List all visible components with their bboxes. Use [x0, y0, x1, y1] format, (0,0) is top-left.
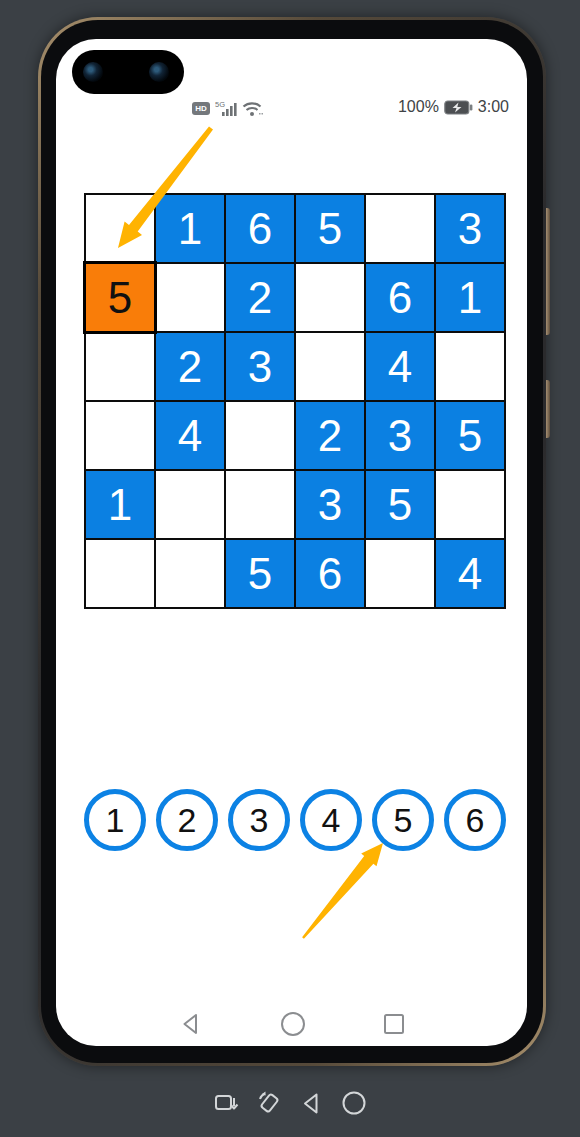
- battery-percent-text: 100%: [398, 98, 439, 116]
- cell-r1c5[interactable]: [366, 195, 434, 262]
- battery-charging-icon: [444, 100, 473, 115]
- wifi-icon: [242, 100, 264, 117]
- cell-r3c4[interactable]: [296, 333, 364, 400]
- cell-r4c5[interactable]: 3: [366, 402, 434, 469]
- cell-r5c5[interactable]: 5: [366, 471, 434, 538]
- rotate-screen-icon[interactable]: [256, 1090, 282, 1116]
- cell-r4c1[interactable]: [86, 402, 154, 469]
- resize-window-icon[interactable]: [213, 1090, 239, 1116]
- cell-r3c5[interactable]: 4: [366, 333, 434, 400]
- cell-r1c6[interactable]: 3: [436, 195, 504, 262]
- cell-r1c3[interactable]: 6: [226, 195, 294, 262]
- cell-r4c6[interactable]: 5: [436, 402, 504, 469]
- toolbar-home-icon[interactable]: [341, 1090, 367, 1116]
- cell-r6c4[interactable]: 6: [296, 540, 364, 607]
- cell-r2c6[interactable]: 1: [436, 264, 504, 331]
- cell-r2c4[interactable]: [296, 264, 364, 331]
- palette-number-3[interactable]: 3: [228, 789, 290, 851]
- phone-bezel: HD 5G 100%: [41, 20, 543, 1063]
- cell-r5c2[interactable]: [156, 471, 224, 538]
- hd-badge-icon: HD: [192, 102, 210, 115]
- status-bar-left: HD 5G: [192, 99, 264, 117]
- cell-r6c5[interactable]: [366, 540, 434, 607]
- palette-number-6[interactable]: 6: [444, 789, 506, 851]
- phone-frame: HD 5G 100%: [38, 17, 546, 1066]
- cell-r4c4[interactable]: 2: [296, 402, 364, 469]
- cell-r3c3[interactable]: 3: [226, 333, 294, 400]
- cell-r3c6[interactable]: [436, 333, 504, 400]
- 5g-signal-icon: 5G: [215, 100, 237, 117]
- cell-r6c3[interactable]: 5: [226, 540, 294, 607]
- cell-r2c2[interactable]: [156, 264, 224, 331]
- camera-cutout: [72, 50, 184, 94]
- sudoku-board: 165352612344235135564: [84, 193, 506, 609]
- recents-icon[interactable]: [383, 1013, 405, 1035]
- palette-number-1[interactable]: 1: [84, 789, 146, 851]
- svg-text:5G: 5G: [215, 100, 225, 109]
- cell-r6c1[interactable]: [86, 540, 154, 607]
- cell-r1c2[interactable]: 1: [156, 195, 224, 262]
- cell-r2c1[interactable]: 5: [86, 264, 154, 331]
- clock-text: 3:00: [478, 98, 509, 116]
- palette-number-4[interactable]: 4: [300, 789, 362, 851]
- cell-r5c1[interactable]: 1: [86, 471, 154, 538]
- cell-r5c6[interactable]: [436, 471, 504, 538]
- cell-r2c3[interactable]: 2: [226, 264, 294, 331]
- cell-r5c4[interactable]: 3: [296, 471, 364, 538]
- cell-r3c1[interactable]: [86, 333, 154, 400]
- cell-r6c2[interactable]: [156, 540, 224, 607]
- back-icon[interactable]: [179, 1012, 203, 1036]
- palette-number-5[interactable]: 5: [372, 789, 434, 851]
- palette-number-2[interactable]: 2: [156, 789, 218, 851]
- cell-r5c3[interactable]: [226, 471, 294, 538]
- number-palette: 123456: [84, 789, 506, 851]
- toolbar-back-icon[interactable]: [299, 1091, 324, 1116]
- cell-r2c5[interactable]: 6: [366, 264, 434, 331]
- camera-lens-left: [83, 62, 103, 82]
- cell-r4c3[interactable]: [226, 402, 294, 469]
- cell-r3c2[interactable]: 2: [156, 333, 224, 400]
- emulator-toolbar: [0, 1090, 580, 1116]
- cell-r6c6[interactable]: 4: [436, 540, 504, 607]
- cell-r4c2[interactable]: 4: [156, 402, 224, 469]
- phone-screen: HD 5G 100%: [56, 39, 527, 1046]
- cell-r1c1[interactable]: [86, 195, 154, 262]
- cell-r1c4[interactable]: 5: [296, 195, 364, 262]
- camera-lens-right: [149, 62, 169, 82]
- android-nav-bar: [56, 1001, 527, 1046]
- status-bar-right: 100% 3:00: [398, 97, 509, 117]
- home-icon[interactable]: [280, 1011, 306, 1037]
